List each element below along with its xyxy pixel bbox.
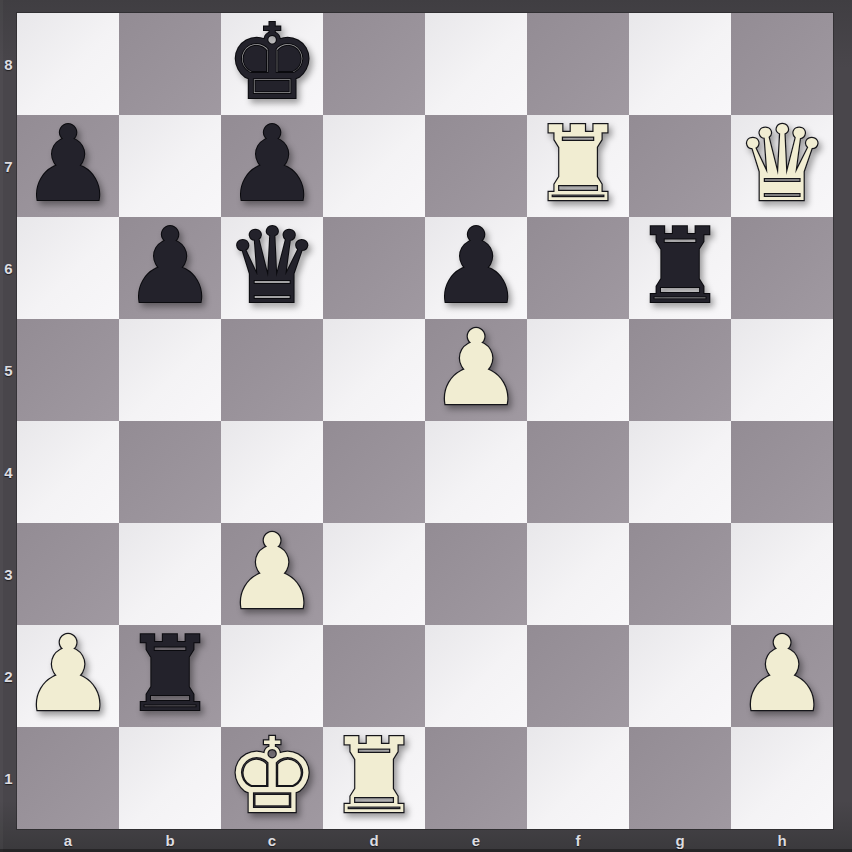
white-pawn-a2[interactable]: ♟ bbox=[17, 623, 119, 725]
square-d6[interactable] bbox=[323, 217, 425, 319]
square-b3[interactable] bbox=[119, 523, 221, 625]
square-e3[interactable] bbox=[425, 523, 527, 625]
square-h7[interactable]: ♛ bbox=[731, 115, 833, 217]
square-b4[interactable] bbox=[119, 421, 221, 523]
square-g6[interactable]: ♜ bbox=[629, 217, 731, 319]
black-pawn-a7[interactable]: ♟ bbox=[17, 113, 119, 215]
square-h2[interactable]: ♟ bbox=[731, 625, 833, 727]
square-b1[interactable] bbox=[119, 727, 221, 829]
square-f5[interactable] bbox=[527, 319, 629, 421]
rank-label-1: 1 bbox=[0, 727, 17, 829]
square-h8[interactable] bbox=[731, 13, 833, 115]
file-label-e: e bbox=[425, 829, 527, 852]
black-rook-b2[interactable]: ♜ bbox=[119, 623, 221, 725]
square-c6[interactable]: ♛ bbox=[221, 217, 323, 319]
square-h1[interactable] bbox=[731, 727, 833, 829]
rank-label-7: 7 bbox=[0, 115, 17, 217]
square-c4[interactable] bbox=[221, 421, 323, 523]
square-b6[interactable]: ♟ bbox=[119, 217, 221, 319]
square-g2[interactable] bbox=[629, 625, 731, 727]
square-f7[interactable]: ♜ bbox=[527, 115, 629, 217]
square-c8[interactable]: ♚ bbox=[221, 13, 323, 115]
square-g7[interactable] bbox=[629, 115, 731, 217]
black-pawn-b6[interactable]: ♟ bbox=[119, 215, 221, 317]
square-f6[interactable] bbox=[527, 217, 629, 319]
square-d1[interactable]: ♜ bbox=[323, 727, 425, 829]
square-h6[interactable] bbox=[731, 217, 833, 319]
square-d5[interactable] bbox=[323, 319, 425, 421]
square-a1[interactable] bbox=[17, 727, 119, 829]
square-b8[interactable] bbox=[119, 13, 221, 115]
square-h4[interactable] bbox=[731, 421, 833, 523]
square-a6[interactable] bbox=[17, 217, 119, 319]
white-king-c1[interactable]: ♚ bbox=[221, 725, 323, 827]
square-h3[interactable] bbox=[731, 523, 833, 625]
square-f3[interactable] bbox=[527, 523, 629, 625]
square-b5[interactable] bbox=[119, 319, 221, 421]
rank-label-4: 4 bbox=[0, 421, 17, 523]
square-g5[interactable] bbox=[629, 319, 731, 421]
square-a2[interactable]: ♟ bbox=[17, 625, 119, 727]
white-queen-h7[interactable]: ♛ bbox=[731, 113, 833, 215]
black-queen-c6[interactable]: ♛ bbox=[221, 215, 323, 317]
square-f4[interactable] bbox=[527, 421, 629, 523]
square-e2[interactable] bbox=[425, 625, 527, 727]
square-a4[interactable] bbox=[17, 421, 119, 523]
square-g8[interactable] bbox=[629, 13, 731, 115]
file-label-f: f bbox=[527, 829, 629, 852]
square-c2[interactable] bbox=[221, 625, 323, 727]
white-rook-d1[interactable]: ♜ bbox=[323, 725, 425, 827]
square-e4[interactable] bbox=[425, 421, 527, 523]
square-c7[interactable]: ♟ bbox=[221, 115, 323, 217]
square-a5[interactable] bbox=[17, 319, 119, 421]
file-label-c: c bbox=[221, 829, 323, 852]
square-g3[interactable] bbox=[629, 523, 731, 625]
white-pawn-h2[interactable]: ♟ bbox=[731, 623, 833, 725]
square-f1[interactable] bbox=[527, 727, 629, 829]
rank-label-6: 6 bbox=[0, 217, 17, 319]
file-label-h: h bbox=[731, 829, 833, 852]
square-e5[interactable]: ♟ bbox=[425, 319, 527, 421]
square-e1[interactable] bbox=[425, 727, 527, 829]
square-a8[interactable] bbox=[17, 13, 119, 115]
square-d7[interactable] bbox=[323, 115, 425, 217]
white-rook-f7[interactable]: ♜ bbox=[527, 113, 629, 215]
square-e6[interactable]: ♟ bbox=[425, 217, 527, 319]
white-pawn-c3[interactable]: ♟ bbox=[221, 521, 323, 623]
square-g4[interactable] bbox=[629, 421, 731, 523]
black-pawn-c7[interactable]: ♟ bbox=[221, 113, 323, 215]
rank-label-2: 2 bbox=[0, 625, 17, 727]
square-c5[interactable] bbox=[221, 319, 323, 421]
square-c1[interactable]: ♚ bbox=[221, 727, 323, 829]
file-labels: abcdefgh bbox=[17, 829, 833, 852]
square-h5[interactable] bbox=[731, 319, 833, 421]
rank-label-8: 8 bbox=[0, 13, 17, 115]
square-b7[interactable] bbox=[119, 115, 221, 217]
rank-label-3: 3 bbox=[0, 523, 17, 625]
file-label-g: g bbox=[629, 829, 731, 852]
chess-app-window: 87654321 ♚♟♟♜♛♟♛♟♜♟♟♟♜♟♚♜ abcdefgh bbox=[0, 0, 852, 852]
file-label-a: a bbox=[17, 829, 119, 852]
rank-label-5: 5 bbox=[0, 319, 17, 421]
square-f2[interactable] bbox=[527, 625, 629, 727]
square-g1[interactable] bbox=[629, 727, 731, 829]
square-d3[interactable] bbox=[323, 523, 425, 625]
square-d4[interactable] bbox=[323, 421, 425, 523]
square-b2[interactable]: ♜ bbox=[119, 625, 221, 727]
black-rook-g6[interactable]: ♜ bbox=[629, 215, 731, 317]
black-pawn-e6[interactable]: ♟ bbox=[425, 215, 527, 317]
square-f8[interactable] bbox=[527, 13, 629, 115]
square-d8[interactable] bbox=[323, 13, 425, 115]
rank-labels: 87654321 bbox=[0, 13, 17, 829]
square-d2[interactable] bbox=[323, 625, 425, 727]
white-pawn-e5[interactable]: ♟ bbox=[425, 317, 527, 419]
square-e7[interactable] bbox=[425, 115, 527, 217]
file-label-b: b bbox=[119, 829, 221, 852]
square-c3[interactable]: ♟ bbox=[221, 523, 323, 625]
black-king-c8[interactable]: ♚ bbox=[221, 11, 323, 113]
file-label-d: d bbox=[323, 829, 425, 852]
square-a3[interactable] bbox=[17, 523, 119, 625]
square-e8[interactable] bbox=[425, 13, 527, 115]
square-a7[interactable]: ♟ bbox=[17, 115, 119, 217]
chess-board: ♚♟♟♜♛♟♛♟♜♟♟♟♜♟♚♜ bbox=[17, 13, 833, 829]
